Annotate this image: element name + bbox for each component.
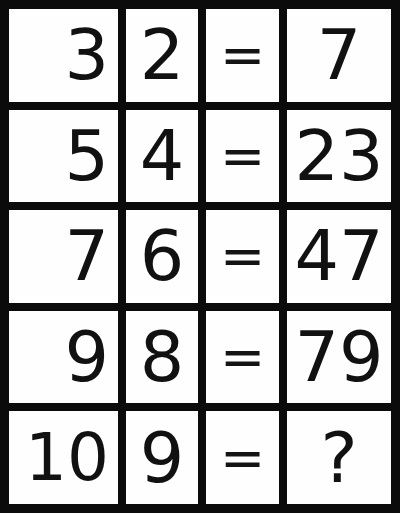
cell-r1-c1-operand: 3	[9, 9, 118, 102]
cell-r4-c4-result: 79	[287, 311, 391, 404]
cell-r2-c2-operand: 4	[126, 110, 198, 203]
cell-r5-c1-operand: 10	[9, 411, 118, 504]
cell-r4-c2-operand: 8	[126, 311, 198, 404]
cell-r2-c1-operand: 5	[9, 110, 118, 203]
cell-r2-c3-equals-sign: =	[206, 110, 279, 203]
cell-r3-c3-equals-sign: =	[206, 210, 279, 303]
cell-r3-c4-result: 47	[287, 210, 391, 303]
cell-r3-c2-operand: 6	[126, 210, 198, 303]
cell-r5-c3-equals-sign: =	[206, 411, 279, 504]
cell-r5-c4-unknown-result: ?	[287, 411, 391, 504]
cell-r5-c2-operand: 9	[126, 411, 198, 504]
cell-r2-c4-result: 23	[287, 110, 391, 203]
cell-r1-c2-operand: 2	[126, 9, 198, 102]
puzzle-page: 3 2 = 7 5 4 = 23 7 6 = 47 9 8 = 79 10 9 …	[0, 0, 400, 515]
cell-r4-c1-operand: 9	[9, 311, 118, 404]
puzzle-grid: 3 2 = 7 5 4 = 23 7 6 = 47 9 8 = 79 10 9 …	[0, 0, 400, 513]
cell-r1-c4-result: 7	[287, 9, 391, 102]
cell-r1-c3-equals-sign: =	[206, 9, 279, 102]
cell-r3-c1-operand: 7	[9, 210, 118, 303]
cell-r4-c3-equals-sign: =	[206, 311, 279, 404]
